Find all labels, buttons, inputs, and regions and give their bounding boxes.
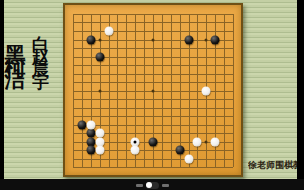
black-player-caption: 黑柯洁 bbox=[1, 28, 29, 64]
player-controls bbox=[0, 181, 304, 189]
player-label-right bbox=[162, 184, 169, 187]
white-stone bbox=[95, 145, 104, 154]
grid-line-horizontal bbox=[73, 159, 233, 160]
grid-line-horizontal bbox=[73, 167, 233, 168]
white-stone bbox=[184, 154, 193, 163]
white-stone bbox=[202, 86, 211, 95]
star-point bbox=[205, 38, 208, 41]
grid-line-vertical bbox=[180, 14, 181, 167]
watermark-text: 徐老师围棋教室 bbox=[248, 159, 297, 172]
letterbox-right bbox=[299, 0, 304, 190]
grid-line-vertical bbox=[233, 14, 234, 167]
grid-line-vertical bbox=[224, 14, 225, 167]
white-stone bbox=[193, 137, 202, 146]
grid-line-horizontal bbox=[73, 116, 233, 117]
video-frame: 黑柯洁 白赵晨宇 徐老师围棋教室 bbox=[0, 0, 304, 190]
player-label-left bbox=[136, 184, 143, 187]
star-point bbox=[98, 89, 101, 92]
star-point bbox=[152, 89, 155, 92]
toggle-knob-icon bbox=[146, 182, 152, 188]
black-stone bbox=[86, 35, 95, 44]
black-stone bbox=[211, 35, 220, 44]
black-stone bbox=[175, 145, 184, 154]
go-board bbox=[63, 3, 243, 177]
board-grid bbox=[73, 14, 233, 167]
white-stone bbox=[211, 137, 220, 146]
danmaku-toggle[interactable] bbox=[146, 182, 159, 189]
black-stone bbox=[86, 145, 95, 154]
grid-line-horizontal bbox=[73, 125, 233, 126]
white-player-caption: 白赵晨宇 bbox=[29, 22, 52, 70]
white-stone bbox=[131, 145, 140, 154]
grid-line-vertical bbox=[171, 14, 172, 167]
white-stone bbox=[104, 26, 113, 35]
star-point bbox=[98, 38, 101, 41]
black-stone bbox=[77, 120, 86, 129]
grid-line-horizontal bbox=[73, 108, 233, 109]
last-move-marker-icon bbox=[134, 140, 137, 143]
letterbox-left bbox=[0, 0, 4, 190]
star-point bbox=[205, 140, 208, 143]
black-stone bbox=[95, 52, 104, 61]
video-content-area[interactable]: 黑柯洁 白赵晨宇 徐老师围棋教室 bbox=[4, 0, 297, 179]
white-stone bbox=[86, 120, 95, 129]
grid-line-horizontal bbox=[73, 99, 233, 100]
star-point bbox=[152, 38, 155, 41]
black-stone bbox=[149, 137, 158, 146]
black-stone bbox=[184, 35, 193, 44]
grid-line-vertical bbox=[162, 14, 163, 167]
